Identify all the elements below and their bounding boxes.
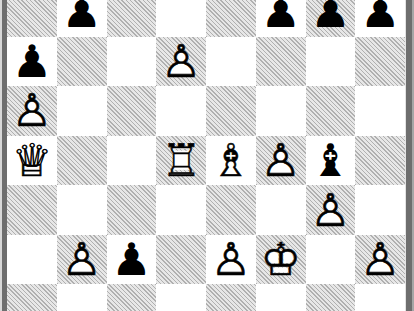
- square-b3[interactable]: [57, 185, 107, 235]
- square-a6[interactable]: ♟: [7, 37, 57, 87]
- square-c2[interactable]: ♟: [107, 235, 157, 285]
- square-h5[interactable]: [355, 86, 405, 136]
- square-f7[interactable]: ♟: [256, 0, 306, 37]
- piece-white-bishop[interactable]: ♝♗: [206, 136, 256, 186]
- square-c3[interactable]: [107, 185, 157, 235]
- square-b1[interactable]: [57, 284, 107, 311]
- piece-black-pawn[interactable]: ♟: [57, 0, 107, 37]
- square-d7[interactable]: [156, 0, 206, 37]
- square-h4[interactable]: [355, 136, 405, 186]
- square-e5[interactable]: [206, 86, 256, 136]
- piece-black-pawn[interactable]: ♟: [107, 235, 157, 285]
- square-d1[interactable]: [156, 284, 206, 311]
- piece-white-pawn[interactable]: ♟♙: [306, 185, 356, 235]
- piece-black-pawn[interactable]: ♟: [256, 0, 306, 37]
- piece-white-rook[interactable]: ♜♖: [156, 136, 206, 186]
- square-a2[interactable]: [7, 235, 57, 285]
- piece-white-pawn[interactable]: ♟♙: [156, 37, 206, 87]
- square-g7[interactable]: ♟: [306, 0, 356, 37]
- square-g6[interactable]: [306, 37, 356, 87]
- square-g4[interactable]: ♝: [306, 136, 356, 186]
- square-h2[interactable]: ♟♙: [355, 235, 405, 285]
- square-c6[interactable]: [107, 37, 157, 87]
- square-e1[interactable]: [206, 284, 256, 311]
- square-f6[interactable]: [256, 37, 306, 87]
- piece-white-pawn[interactable]: ♟♙: [206, 235, 256, 285]
- square-d4[interactable]: ♜♖: [156, 136, 206, 186]
- chess-diagram: ♟♟♟♟♟♟♙♟♙♛♕♜♖♝♗♟♙♝♟♙♟♙♟♟♙♚♔♟♙: [0, 0, 414, 311]
- square-a7[interactable]: [7, 0, 57, 37]
- square-g2[interactable]: [306, 235, 356, 285]
- board-frame-left-inner: [2, 0, 7, 311]
- square-g5[interactable]: [306, 86, 356, 136]
- piece-white-pawn[interactable]: ♟♙: [7, 86, 57, 136]
- square-e7[interactable]: [206, 0, 256, 37]
- square-a5[interactable]: ♟♙: [7, 86, 57, 136]
- square-c1[interactable]: [107, 284, 157, 311]
- square-f1[interactable]: [256, 284, 306, 311]
- square-c5[interactable]: [107, 86, 157, 136]
- piece-black-pawn[interactable]: ♟: [355, 0, 405, 37]
- square-f3[interactable]: [256, 185, 306, 235]
- square-b4[interactable]: [57, 136, 107, 186]
- square-b2[interactable]: ♟♙: [57, 235, 107, 285]
- piece-white-pawn[interactable]: ♟♙: [355, 235, 405, 285]
- square-f5[interactable]: [256, 86, 306, 136]
- square-h7[interactable]: ♟: [355, 0, 405, 37]
- square-a1[interactable]: [7, 284, 57, 311]
- square-f4[interactable]: ♟♙: [256, 136, 306, 186]
- square-h6[interactable]: [355, 37, 405, 87]
- piece-white-pawn[interactable]: ♟♙: [57, 235, 107, 285]
- square-b7[interactable]: ♟: [57, 0, 107, 37]
- square-a3[interactable]: [7, 185, 57, 235]
- square-f2[interactable]: ♚♔: [256, 235, 306, 285]
- piece-white-queen[interactable]: ♛♕: [7, 136, 57, 186]
- square-g1[interactable]: [306, 284, 356, 311]
- square-c4[interactable]: [107, 136, 157, 186]
- piece-white-pawn[interactable]: ♟♙: [256, 136, 306, 186]
- square-d6[interactable]: ♟♙: [156, 37, 206, 87]
- square-g3[interactable]: ♟♙: [306, 185, 356, 235]
- square-e3[interactable]: [206, 185, 256, 235]
- square-h1[interactable]: [355, 284, 405, 311]
- piece-black-bishop[interactable]: ♝: [306, 136, 356, 186]
- square-e2[interactable]: ♟♙: [206, 235, 256, 285]
- square-b6[interactable]: [57, 37, 107, 87]
- square-e4[interactable]: ♝♗: [206, 136, 256, 186]
- square-d2[interactable]: [156, 235, 206, 285]
- piece-black-pawn[interactable]: ♟: [7, 37, 57, 87]
- square-h3[interactable]: [355, 185, 405, 235]
- square-c7[interactable]: [107, 0, 157, 37]
- chess-board: ♟♟♟♟♟♟♙♟♙♛♕♜♖♝♗♟♙♝♟♙♟♙♟♟♙♚♔♟♙: [7, 0, 405, 311]
- square-e6[interactable]: [206, 37, 256, 87]
- square-a4[interactable]: ♛♕: [7, 136, 57, 186]
- square-d3[interactable]: [156, 185, 206, 235]
- square-b5[interactable]: [57, 86, 107, 136]
- square-d5[interactable]: [156, 86, 206, 136]
- piece-black-pawn[interactable]: ♟: [306, 0, 356, 37]
- piece-white-king[interactable]: ♚♔: [256, 235, 306, 285]
